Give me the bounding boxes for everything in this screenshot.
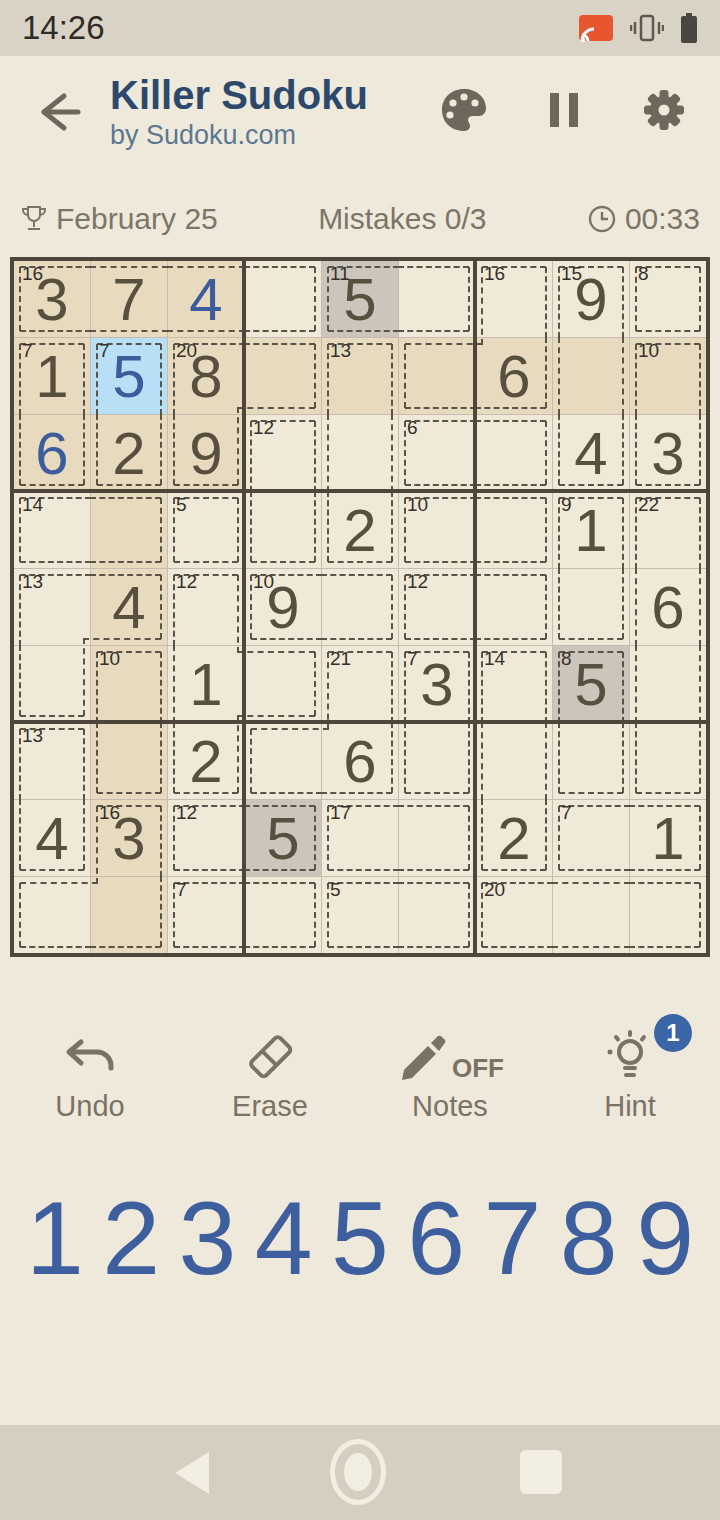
numpad-7[interactable]: 7 — [484, 1168, 542, 1308]
trophy-icon — [20, 204, 48, 234]
cell-r6c4[interactable] — [245, 646, 321, 722]
cell-r7c2[interactable] — [91, 723, 167, 799]
undo-icon — [61, 1022, 119, 1084]
status-time: 14:26 — [22, 9, 105, 47]
cell-r3c8[interactable]: 4 — [553, 415, 629, 491]
cell-r2c2[interactable]: 57 — [91, 338, 167, 414]
cell-r1c2[interactable]: 7 — [91, 261, 167, 337]
cell-r7c7[interactable] — [476, 723, 552, 799]
cell-r5c8[interactable] — [553, 569, 629, 645]
cell-r4c6[interactable]: 10 — [399, 492, 475, 568]
cell-r8c3[interactable]: 12 — [168, 800, 244, 876]
cell-r5c5[interactable] — [322, 569, 398, 645]
cell-r4c7[interactable] — [476, 492, 552, 568]
cage-sum-label: 13 — [22, 571, 43, 593]
cell-r6c5[interactable]: 21 — [322, 646, 398, 722]
android-back-button[interactable] — [175, 1452, 209, 1494]
numpad-2[interactable]: 2 — [102, 1168, 160, 1308]
cell-value: 2 — [322, 492, 398, 568]
vibrate-icon — [630, 13, 664, 43]
numpad-3[interactable]: 3 — [179, 1168, 237, 1308]
cell-r9c3[interactable]: 7 — [168, 877, 244, 953]
cell-value: 6 — [322, 723, 398, 799]
cell-r1c6[interactable] — [399, 261, 475, 337]
undo-label: Undo — [55, 1090, 124, 1123]
app-header: Killer Sudoku by Sudoku.com — [0, 56, 720, 168]
cell-r5c9[interactable]: 6 — [630, 569, 706, 645]
cell-r9c9[interactable] — [630, 877, 706, 953]
page-title: Killer Sudoku — [110, 72, 368, 118]
cage-sum-label: 11 — [330, 263, 350, 285]
cage-sum-label: 7 — [99, 340, 110, 362]
pause-button[interactable] — [536, 82, 592, 138]
info-bar: February 25 Mistakes 0/3 00:33 — [0, 168, 720, 256]
mistakes-counter: Mistakes 0/3 — [318, 202, 486, 236]
numpad-8[interactable]: 8 — [560, 1168, 618, 1308]
cell-value: 4 — [168, 261, 244, 337]
cell-r4c2[interactable] — [91, 492, 167, 568]
erase-label: Erase — [232, 1090, 308, 1123]
status-bar: 14:26 — [0, 0, 720, 56]
cage-sum-label: 12 — [253, 417, 274, 439]
cell-r7c1[interactable]: 13 — [14, 723, 90, 799]
cell-r3c4[interactable]: 12 — [245, 415, 321, 491]
notes-label: Notes — [412, 1090, 488, 1123]
cell-value: 5 — [245, 800, 321, 876]
game-toolbar: Undo Erase OFF Notes — [0, 1022, 720, 1132]
cell-r2c1[interactable]: 17 — [14, 338, 90, 414]
cell-r1c1[interactable]: 316 — [14, 261, 90, 337]
cage-sum-label: 6 — [407, 417, 418, 439]
cell-r9c7[interactable]: 20 — [476, 877, 552, 953]
cell-r4c9[interactable]: 22 — [630, 492, 706, 568]
cell-r2c4[interactable] — [245, 338, 321, 414]
cage-sum-label: 16 — [484, 263, 505, 285]
cage-sum-label: 5 — [176, 494, 187, 516]
cell-r7c9[interactable] — [630, 723, 706, 799]
cell-r6c7[interactable]: 14 — [476, 646, 552, 722]
cage-sum-label: 8 — [638, 263, 649, 285]
eraser-icon — [238, 1022, 302, 1084]
daily-challenge-date: February 25 — [56, 202, 218, 236]
pencil-icon — [396, 1030, 446, 1084]
cell-r9c5[interactable]: 5 — [322, 877, 398, 953]
android-recents-button[interactable] — [520, 1450, 562, 1494]
cell-r8c7[interactable]: 2 — [476, 800, 552, 876]
cell-r2c9[interactable]: 10 — [630, 338, 706, 414]
cell-r1c9[interactable]: 8 — [630, 261, 706, 337]
cell-value: 3 — [630, 415, 706, 491]
cell-value: 7 — [91, 261, 167, 337]
cell-value: 1 — [168, 646, 244, 722]
cell-r3c1[interactable]: 6 — [14, 415, 90, 491]
cell-value: 4 — [553, 415, 629, 491]
cell-r3c2[interactable]: 2 — [91, 415, 167, 491]
hint-label: Hint — [604, 1090, 656, 1123]
cage-sum-label: 7 — [561, 802, 572, 824]
cell-r2c7[interactable]: 6 — [476, 338, 552, 414]
cell-value: 4 — [14, 800, 90, 876]
cell-value: 6 — [476, 338, 552, 414]
cage-sum-label: 14 — [484, 648, 505, 670]
cell-r9c8[interactable] — [553, 877, 629, 953]
cell-r1c7[interactable]: 16 — [476, 261, 552, 337]
cage-sum-label: 22 — [638, 494, 659, 516]
cell-r7c4[interactable] — [245, 723, 321, 799]
cell-r3c7[interactable] — [476, 415, 552, 491]
cage-sum-label: 21 — [330, 648, 351, 670]
cell-r8c2[interactable]: 316 — [91, 800, 167, 876]
cell-value: 1 — [630, 800, 706, 876]
cell-r1c3[interactable]: 4 — [168, 261, 244, 337]
cell-r4c1[interactable]: 14 — [14, 492, 90, 568]
cell-value: 2 — [91, 415, 167, 491]
cell-r5c7[interactable] — [476, 569, 552, 645]
cage-sum-label: 17 — [330, 802, 351, 824]
cell-r5c4[interactable]: 910 — [245, 569, 321, 645]
cell-r6c2[interactable]: 10 — [91, 646, 167, 722]
cage-sum-label: 14 — [22, 494, 43, 516]
cage-sum-label: 9 — [561, 494, 572, 516]
cell-r5c6[interactable]: 12 — [399, 569, 475, 645]
cage-sum-label: 5 — [330, 879, 341, 901]
android-home-button[interactable] — [330, 1439, 386, 1505]
numpad-6[interactable]: 6 — [407, 1168, 465, 1308]
cell-r8c6[interactable] — [399, 800, 475, 876]
cell-r2c3[interactable]: 820 — [168, 338, 244, 414]
cell-r7c3[interactable]: 2 — [168, 723, 244, 799]
cell-r3c6[interactable]: 6 — [399, 415, 475, 491]
cage-sum-label: 16 — [22, 263, 43, 285]
battery-icon — [680, 13, 698, 43]
cage-sum-label: 8 — [561, 648, 572, 670]
cell-r1c8[interactable]: 915 — [553, 261, 629, 337]
cell-r6c8[interactable]: 58 — [553, 646, 629, 722]
cage-sum-label: 12 — [407, 571, 428, 593]
cage-sum-label: 12 — [176, 571, 197, 593]
cell-r1c5[interactable]: 511 — [322, 261, 398, 337]
cell-r6c6[interactable]: 37 — [399, 646, 475, 722]
cage-sum-label: 7 — [176, 879, 187, 901]
erase-button[interactable]: Erase — [180, 1022, 360, 1132]
cage-sum-label: 16 — [99, 802, 120, 824]
cell-r3c9[interactable]: 3 — [630, 415, 706, 491]
cell-r1c4[interactable] — [245, 261, 321, 337]
timer: 00:33 — [625, 202, 700, 236]
notes-button[interactable]: OFF Notes — [360, 1022, 540, 1132]
numpad-1[interactable]: 1 — [26, 1168, 84, 1308]
notes-state-badge: OFF — [452, 1053, 504, 1084]
lightbulb-icon — [602, 1026, 658, 1084]
cell-r8c8[interactable]: 7 — [553, 800, 629, 876]
cage-sum-label: 13 — [330, 340, 351, 362]
undo-button[interactable]: Undo — [0, 1022, 180, 1132]
cage-sum-label: 20 — [484, 879, 505, 901]
cell-value: 9 — [168, 415, 244, 491]
cage-sum-label: 10 — [638, 340, 659, 362]
cell-r3c5[interactable] — [322, 415, 398, 491]
cell-r2c5[interactable]: 13 — [322, 338, 398, 414]
cell-r3c3[interactable]: 9 — [168, 415, 244, 491]
cell-r9c6[interactable] — [399, 877, 475, 953]
page-subtitle: by Sudoku.com — [110, 118, 368, 152]
cell-r2c8[interactable] — [553, 338, 629, 414]
palette-icon[interactable] — [436, 82, 492, 138]
cell-r6c9[interactable] — [630, 646, 706, 722]
cell-r8c5[interactable]: 17 — [322, 800, 398, 876]
cell-r8c1[interactable]: 4 — [14, 800, 90, 876]
cast-icon — [578, 13, 614, 43]
hint-count-badge: 1 — [654, 1014, 692, 1052]
cell-r8c9[interactable]: 1 — [630, 800, 706, 876]
sudoku-board: 3167451116915817578201361062912643145210… — [10, 257, 710, 957]
cell-value: 4 — [91, 569, 167, 645]
cage-sum-label: 13 — [22, 725, 43, 747]
numpad-5[interactable]: 5 — [331, 1168, 389, 1308]
clock-icon — [587, 204, 617, 234]
cage-sum-label: 20 — [176, 340, 197, 362]
hint-button[interactable]: 1 Hint — [540, 1022, 720, 1132]
cell-r7c5[interactable]: 6 — [322, 723, 398, 799]
numpad-4[interactable]: 4 — [255, 1168, 313, 1308]
cell-r9c2[interactable] — [91, 877, 167, 953]
cell-r7c6[interactable] — [399, 723, 475, 799]
cage-sum-label: 7 — [22, 340, 33, 362]
cell-r7c8[interactable] — [553, 723, 629, 799]
cell-r6c3[interactable]: 1 — [168, 646, 244, 722]
cage-sum-label: 15 — [561, 263, 582, 285]
cage-sum-label: 7 — [407, 648, 418, 670]
cell-r4c5[interactable]: 2 — [322, 492, 398, 568]
cell-value: 6 — [630, 569, 706, 645]
cell-r5c1[interactable]: 13 — [14, 569, 90, 645]
cell-r9c1[interactable] — [14, 877, 90, 953]
cell-r5c2[interactable]: 4 — [91, 569, 167, 645]
settings-gear-icon[interactable] — [636, 82, 692, 138]
cell-r6c1[interactable] — [14, 646, 90, 722]
cell-r5c3[interactable]: 12 — [168, 569, 244, 645]
cell-r4c4[interactable] — [245, 492, 321, 568]
cell-value: 2 — [168, 723, 244, 799]
cell-value: 2 — [476, 800, 552, 876]
number-pad: 123456789 — [0, 1168, 720, 1308]
cage-sum-label: 12 — [176, 802, 197, 824]
cell-r2c6[interactable] — [399, 338, 475, 414]
cell-r8c4[interactable]: 5 — [245, 800, 321, 876]
numpad-9[interactable]: 9 — [636, 1168, 694, 1308]
cage-sum-label: 10 — [99, 648, 120, 670]
android-nav-bar — [0, 1425, 720, 1520]
cell-value: 6 — [14, 415, 90, 491]
back-button[interactable] — [30, 84, 86, 140]
cell-r4c8[interactable]: 19 — [553, 492, 629, 568]
cage-sum-label: 10 — [253, 571, 274, 593]
cell-r4c3[interactable]: 5 — [168, 492, 244, 568]
cell-r9c4[interactable] — [245, 877, 321, 953]
cage-sum-label: 10 — [407, 494, 428, 516]
